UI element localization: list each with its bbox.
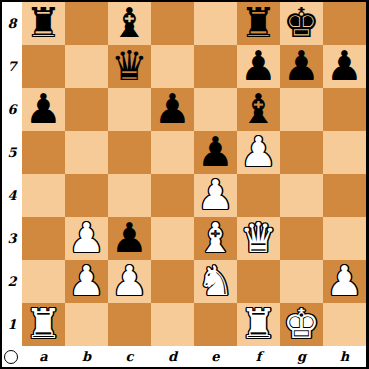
- rank-labels: 87654321: [2, 2, 22, 346]
- square-a3[interactable]: [22, 217, 65, 260]
- white-pawn-e4[interactable]: ♟: [197, 174, 234, 217]
- square-h6[interactable]: [323, 88, 366, 131]
- black-bishop-c8[interactable]: ♝: [111, 2, 148, 45]
- file-label-e: e: [194, 346, 237, 367]
- black-king-g8[interactable]: ♚: [283, 2, 320, 45]
- square-b2[interactable]: ♟: [65, 260, 108, 303]
- square-b8[interactable]: [65, 2, 108, 45]
- file-label-g: g: [280, 346, 323, 367]
- white-pawn-b3[interactable]: ♟: [68, 217, 105, 260]
- file-label-f: f: [237, 346, 280, 367]
- square-g4[interactable]: [280, 174, 323, 217]
- square-d7[interactable]: [151, 45, 194, 88]
- square-b7[interactable]: [65, 45, 108, 88]
- square-d4[interactable]: [151, 174, 194, 217]
- square-g5[interactable]: [280, 131, 323, 174]
- square-e2[interactable]: ♞: [194, 260, 237, 303]
- square-a7[interactable]: [22, 45, 65, 88]
- black-pawn-e5[interactable]: ♟: [197, 131, 234, 174]
- square-c3[interactable]: ♟: [108, 217, 151, 260]
- square-c1[interactable]: [108, 303, 151, 346]
- black-pawn-c3[interactable]: ♟: [111, 217, 148, 260]
- square-b4[interactable]: [65, 174, 108, 217]
- square-e5[interactable]: ♟: [194, 131, 237, 174]
- file-label-a: a: [22, 346, 65, 367]
- rank-label-1: 1: [2, 303, 22, 346]
- square-g3[interactable]: [280, 217, 323, 260]
- black-rook-a8[interactable]: ♜: [25, 2, 62, 45]
- square-c4[interactable]: [108, 174, 151, 217]
- square-h8[interactable]: [323, 2, 366, 45]
- white-bishop-e3[interactable]: ♝: [197, 217, 234, 260]
- square-f7[interactable]: ♟: [237, 45, 280, 88]
- square-f3[interactable]: ♛: [237, 217, 280, 260]
- square-d6[interactable]: ♟: [151, 88, 194, 131]
- square-a2[interactable]: [22, 260, 65, 303]
- white-rook-f1[interactable]: ♜: [240, 303, 277, 346]
- square-a6[interactable]: ♟: [22, 88, 65, 131]
- file-label-d: d: [151, 346, 194, 367]
- square-e7[interactable]: [194, 45, 237, 88]
- rank-label-5: 5: [2, 131, 22, 174]
- square-d1[interactable]: [151, 303, 194, 346]
- board: ♜♝♜♚♛♟♟♟♟♟♝♟♟♟♟♟♝♛♟♟♞♟♜♜♚: [22, 2, 366, 346]
- rank-label-3: 3: [2, 217, 22, 260]
- file-label-c: c: [108, 346, 151, 367]
- square-h1[interactable]: [323, 303, 366, 346]
- square-d3[interactable]: [151, 217, 194, 260]
- square-a4[interactable]: [22, 174, 65, 217]
- square-g7[interactable]: ♟: [280, 45, 323, 88]
- square-f2[interactable]: [237, 260, 280, 303]
- square-e4[interactable]: ♟: [194, 174, 237, 217]
- black-bishop-f6[interactable]: ♝: [240, 88, 277, 131]
- square-c5[interactable]: [108, 131, 151, 174]
- rank-label-8: 8: [2, 2, 22, 45]
- square-e6[interactable]: [194, 88, 237, 131]
- square-h5[interactable]: [323, 131, 366, 174]
- file-label-h: h: [323, 346, 366, 367]
- square-f1[interactable]: ♜: [237, 303, 280, 346]
- square-a5[interactable]: [22, 131, 65, 174]
- file-labels: abcdefgh: [22, 346, 366, 367]
- square-b1[interactable]: [65, 303, 108, 346]
- square-a8[interactable]: ♜: [22, 2, 65, 45]
- white-pawn-f5[interactable]: ♟: [240, 131, 277, 174]
- square-b3[interactable]: ♟: [65, 217, 108, 260]
- black-rook-f8[interactable]: ♜: [240, 2, 277, 45]
- square-a1[interactable]: ♜: [22, 303, 65, 346]
- white-pawn-b2[interactable]: ♟: [68, 260, 105, 303]
- square-c2[interactable]: ♟: [108, 260, 151, 303]
- white-knight-e2[interactable]: ♞: [197, 260, 234, 303]
- black-pawn-a6[interactable]: ♟: [25, 88, 62, 131]
- square-h7[interactable]: ♟: [323, 45, 366, 88]
- white-pawn-c2[interactable]: ♟: [111, 260, 148, 303]
- rank-label-4: 4: [2, 174, 22, 217]
- black-pawn-h7[interactable]: ♟: [326, 45, 363, 88]
- chess-diagram: 87654321 ♜♝♜♚♛♟♟♟♟♟♝♟♟♟♟♟♝♛♟♟♞♟♜♜♚ abcde…: [0, 0, 369, 369]
- square-f8[interactable]: ♜: [237, 2, 280, 45]
- white-queen-f3[interactable]: ♛: [240, 217, 277, 260]
- rank-label-2: 2: [2, 260, 22, 303]
- square-d2[interactable]: [151, 260, 194, 303]
- square-f5[interactable]: ♟: [237, 131, 280, 174]
- square-g8[interactable]: ♚: [280, 2, 323, 45]
- square-b5[interactable]: [65, 131, 108, 174]
- black-pawn-g7[interactable]: ♟: [283, 45, 320, 88]
- white-rook-a1[interactable]: ♜: [25, 303, 62, 346]
- square-c7[interactable]: ♛: [108, 45, 151, 88]
- square-c8[interactable]: ♝: [108, 2, 151, 45]
- white-king-g1[interactable]: ♚: [283, 303, 320, 346]
- rank-label-6: 6: [2, 88, 22, 131]
- square-h3[interactable]: [323, 217, 366, 260]
- black-queen-c7[interactable]: ♛: [111, 45, 148, 88]
- square-c6[interactable]: [108, 88, 151, 131]
- white-pawn-h2[interactable]: ♟: [326, 260, 363, 303]
- square-b6[interactable]: [65, 88, 108, 131]
- square-f4[interactable]: [237, 174, 280, 217]
- square-g6[interactable]: [280, 88, 323, 131]
- white-to-move-indicator-icon: [4, 350, 18, 364]
- square-g1[interactable]: ♚: [280, 303, 323, 346]
- rank-label-7: 7: [2, 45, 22, 88]
- square-h2[interactable]: ♟: [323, 260, 366, 303]
- bottom-label-strip: abcdefgh: [2, 346, 366, 367]
- square-e1[interactable]: [194, 303, 237, 346]
- square-e3[interactable]: ♝: [194, 217, 237, 260]
- square-g2[interactable]: [280, 260, 323, 303]
- square-e8[interactable]: [194, 2, 237, 45]
- square-h4[interactable]: [323, 174, 366, 217]
- file-label-b: b: [65, 346, 108, 367]
- square-d5[interactable]: [151, 131, 194, 174]
- square-d8[interactable]: [151, 2, 194, 45]
- black-pawn-f7[interactable]: ♟: [240, 45, 277, 88]
- black-pawn-d6[interactable]: ♟: [154, 88, 191, 131]
- square-f6[interactable]: ♝: [237, 88, 280, 131]
